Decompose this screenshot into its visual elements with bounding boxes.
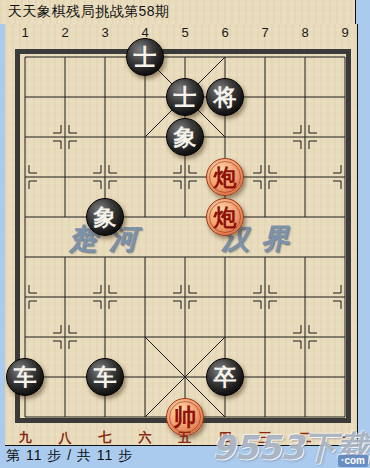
title-bar: 天天象棋残局挑战第58期 (0, 0, 356, 24)
file-label-top-4: 4 (125, 26, 165, 40)
file-labels-bottom: 九八七六五四三二一 (5, 431, 365, 445)
black-elephant-piece[interactable]: 象 (86, 198, 124, 236)
black-general-piece[interactable]: 将 (206, 78, 244, 116)
page-title: 天天象棋残局挑战第58期 (8, 3, 170, 21)
black-chariot-piece[interactable]: 车 (6, 358, 44, 396)
file-label-top-2: 2 (45, 26, 85, 40)
black-advisor-piece[interactable]: 士 (126, 38, 164, 76)
board-panel: 123456789 楚河 汉界 士士将象炮象炮车车卒帅 九八七六五四三二一 (5, 24, 358, 446)
watermark-suffix: ·com (338, 455, 368, 467)
piece-character: 炮 (214, 205, 237, 228)
file-labels-top: 123456789 (5, 26, 365, 40)
file-label-bottom-7: 三 (245, 431, 285, 445)
piece-character: 象 (174, 125, 197, 148)
file-label-top-6: 6 (205, 26, 245, 40)
file-label-bottom-4: 六 (125, 431, 165, 445)
move-counter: 第 11 步 / 共 11 步 (6, 447, 133, 465)
board-intersections[interactable]: 士士将象炮象炮车车卒帅 (5, 37, 365, 437)
piece-character: 卒 (214, 365, 237, 388)
piece-character: 士 (134, 45, 157, 68)
piece-character: 车 (94, 365, 117, 388)
red-cannon-piece[interactable]: 炮 (206, 198, 244, 236)
file-label-bottom-2: 八 (45, 431, 85, 445)
piece-character: 象 (94, 205, 117, 228)
file-label-top-5: 5 (165, 26, 205, 40)
file-label-bottom-6: 四 (205, 431, 245, 445)
black-chariot-piece[interactable]: 车 (86, 358, 124, 396)
file-label-bottom-9: 一 (325, 431, 365, 445)
file-label-top-8: 8 (285, 26, 325, 40)
file-label-top-3: 3 (85, 26, 125, 40)
file-label-top-9: 9 (325, 26, 365, 40)
red-cannon-piece[interactable]: 炮 (206, 158, 244, 196)
app-window: 天天象棋残局挑战第58期 123456789 楚河 汉界 士士将象炮象炮车车卒帅… (0, 0, 370, 468)
piece-character: 车 (14, 365, 37, 388)
file-label-bottom-5: 五 (165, 431, 205, 445)
piece-character: 帅 (174, 405, 197, 428)
file-label-top-7: 7 (245, 26, 285, 40)
black-advisor-piece[interactable]: 士 (166, 78, 204, 116)
file-label-bottom-3: 七 (85, 431, 125, 445)
file-label-top-1: 1 (5, 26, 45, 40)
file-label-bottom-8: 二 (285, 431, 325, 445)
black-soldier-piece[interactable]: 卒 (206, 358, 244, 396)
piece-character: 士 (174, 85, 197, 108)
piece-character: 将 (214, 85, 237, 108)
file-label-bottom-1: 九 (5, 431, 45, 445)
piece-character: 炮 (214, 165, 237, 188)
black-elephant-piece[interactable]: 象 (166, 118, 204, 156)
